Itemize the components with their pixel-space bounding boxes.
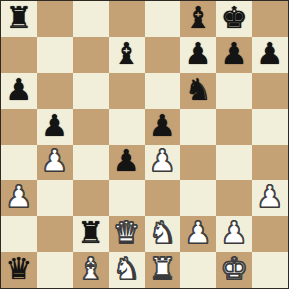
square-a3[interactable]: ♟ [1,180,37,216]
square-g6[interactable] [216,73,252,109]
square-d1[interactable]: ♞ [109,252,145,288]
square-b8[interactable] [37,1,73,37]
square-d8[interactable] [109,1,145,37]
piece-white-pawn[interactable]: ♟ [149,146,176,176]
square-b2[interactable] [37,216,73,252]
square-d3[interactable] [109,180,145,216]
square-h1[interactable] [252,252,288,288]
square-a6[interactable]: ♟ [1,73,37,109]
square-g5[interactable] [216,109,252,145]
square-d2[interactable]: ♛ [109,216,145,252]
chessboard-container: ♜♝♚♝♟♟♟♟♞♟♟♟♟♟♟♟♜♛♞♟♟♛♝♞♜♚ [0,0,289,289]
square-f5[interactable] [180,109,216,145]
square-a4[interactable] [1,145,37,181]
piece-black-pawn[interactable]: ♟ [41,111,68,141]
piece-black-pawn[interactable]: ♟ [221,39,248,69]
square-b6[interactable] [37,73,73,109]
square-c7[interactable] [73,37,109,73]
square-h8[interactable] [252,1,288,37]
square-e4[interactable]: ♟ [145,145,181,181]
piece-white-king[interactable]: ♚ [221,254,248,284]
square-f6[interactable]: ♞ [180,73,216,109]
square-h4[interactable] [252,145,288,181]
square-b5[interactable]: ♟ [37,109,73,145]
piece-black-queen[interactable]: ♛ [5,254,32,284]
square-b7[interactable] [37,37,73,73]
square-h2[interactable] [252,216,288,252]
piece-black-bishop[interactable]: ♝ [113,39,140,69]
piece-white-rook[interactable]: ♜ [149,254,176,284]
piece-black-bishop[interactable]: ♝ [185,3,212,33]
piece-white-pawn[interactable]: ♟ [185,218,212,248]
square-e5[interactable]: ♟ [145,109,181,145]
square-f8[interactable]: ♝ [180,1,216,37]
square-h7[interactable]: ♟ [252,37,288,73]
square-e7[interactable] [145,37,181,73]
piece-black-rook[interactable]: ♜ [77,218,104,248]
square-d4[interactable]: ♟ [109,145,145,181]
piece-black-pawn[interactable]: ♟ [185,39,212,69]
square-f4[interactable] [180,145,216,181]
chess-board: ♜♝♚♝♟♟♟♟♞♟♟♟♟♟♟♟♜♛♞♟♟♛♝♞♜♚ [0,0,289,289]
square-a5[interactable] [1,109,37,145]
piece-black-king[interactable]: ♚ [221,3,248,33]
piece-black-pawn[interactable]: ♟ [5,75,32,105]
piece-white-pawn[interactable]: ♟ [221,218,248,248]
square-h6[interactable] [252,73,288,109]
piece-white-queen[interactable]: ♛ [113,218,140,248]
square-e1[interactable]: ♜ [145,252,181,288]
square-b1[interactable] [37,252,73,288]
square-a7[interactable] [1,37,37,73]
square-c4[interactable] [73,145,109,181]
square-a8[interactable]: ♜ [1,1,37,37]
square-e2[interactable]: ♞ [145,216,181,252]
square-c8[interactable] [73,1,109,37]
square-c5[interactable] [73,109,109,145]
piece-black-pawn[interactable]: ♟ [149,111,176,141]
square-d5[interactable] [109,109,145,145]
piece-white-bishop[interactable]: ♝ [77,254,104,284]
square-h5[interactable] [252,109,288,145]
piece-white-knight[interactable]: ♞ [113,254,140,284]
square-c2[interactable]: ♜ [73,216,109,252]
square-g3[interactable] [216,180,252,216]
square-f3[interactable] [180,180,216,216]
square-c6[interactable] [73,73,109,109]
square-g7[interactable]: ♟ [216,37,252,73]
square-a1[interactable]: ♛ [1,252,37,288]
square-c1[interactable]: ♝ [73,252,109,288]
square-g2[interactable]: ♟ [216,216,252,252]
square-b4[interactable]: ♟ [37,145,73,181]
piece-black-pawn[interactable]: ♟ [257,39,284,69]
square-f1[interactable] [180,252,216,288]
piece-white-pawn[interactable]: ♟ [5,182,32,212]
piece-white-pawn[interactable]: ♟ [257,182,284,212]
square-e6[interactable] [145,73,181,109]
square-g8[interactable]: ♚ [216,1,252,37]
square-a2[interactable] [1,216,37,252]
piece-black-pawn[interactable]: ♟ [113,146,140,176]
square-g4[interactable] [216,145,252,181]
square-e8[interactable] [145,1,181,37]
square-b3[interactable] [37,180,73,216]
square-c3[interactable] [73,180,109,216]
square-h3[interactable]: ♟ [252,180,288,216]
square-d6[interactable] [109,73,145,109]
square-f7[interactable]: ♟ [180,37,216,73]
square-g1[interactable]: ♚ [216,252,252,288]
piece-black-knight[interactable]: ♞ [185,75,212,105]
piece-white-pawn[interactable]: ♟ [41,146,68,176]
square-d7[interactable]: ♝ [109,37,145,73]
piece-white-knight[interactable]: ♞ [149,218,176,248]
piece-black-rook[interactable]: ♜ [5,3,32,33]
square-e3[interactable] [145,180,181,216]
square-f2[interactable]: ♟ [180,216,216,252]
